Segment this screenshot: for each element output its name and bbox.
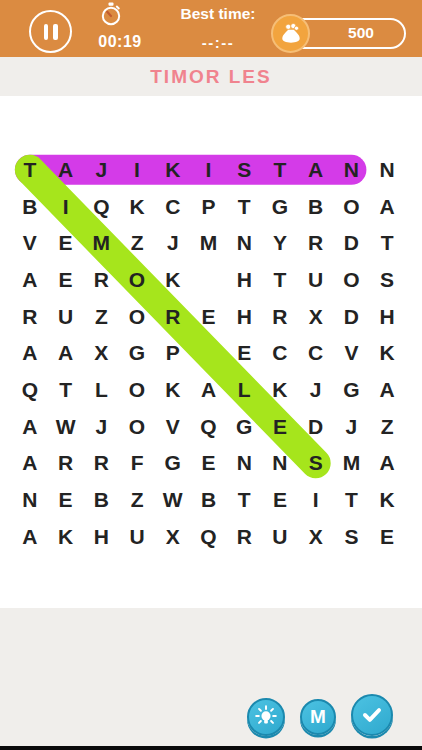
grid-cell[interactable]: S: [369, 262, 405, 299]
grid-cell[interactable]: E: [48, 482, 84, 519]
word-search-screen: 00:19 Best time: --:-- 500 TIMOR LES TAJ…: [0, 0, 422, 750]
current-selection-title: TIMOR LES: [150, 66, 271, 88]
grid-cell[interactable]: L: [226, 372, 262, 409]
grid-cell[interactable]: D: [334, 225, 370, 262]
grid-cell[interactable]: B: [191, 482, 227, 519]
grid-cell[interactable]: M: [334, 445, 370, 482]
grid-cell[interactable]: A: [369, 372, 405, 409]
grid-cell[interactable]: U: [298, 262, 334, 299]
hint-button[interactable]: [247, 698, 285, 736]
grid-cell[interactable]: I: [119, 152, 155, 189]
grid-cell[interactable]: A: [12, 262, 48, 299]
grid-cell[interactable]: B: [12, 188, 48, 225]
grid-cell[interactable]: Y: [262, 225, 298, 262]
grid-cell[interactable]: P: [155, 335, 191, 372]
stopwatch-icon: [99, 2, 123, 28]
grid-cell[interactable]: P: [191, 188, 227, 225]
grid-cell[interactable]: V: [155, 408, 191, 445]
grid-cell[interactable]: X: [155, 518, 191, 555]
grid-cell[interactable]: J: [334, 408, 370, 445]
grid-cell[interactable]: R: [83, 262, 119, 299]
grid-cell[interactable]: I: [48, 188, 84, 225]
grid-cell[interactable]: T: [226, 188, 262, 225]
grid-cell[interactable]: N: [12, 482, 48, 519]
grid-cell[interactable]: V: [334, 335, 370, 372]
grid-cell[interactable]: G: [226, 408, 262, 445]
grid-cell[interactable]: I: [298, 482, 334, 519]
grid-cell[interactable]: Z: [119, 482, 155, 519]
grid-cell[interactable]: F: [119, 445, 155, 482]
grid-cell[interactable]: T: [262, 262, 298, 299]
grid-cell[interactable]: C: [298, 335, 334, 372]
grid-cell[interactable]: O: [119, 262, 155, 299]
grid-cell[interactable]: M: [191, 225, 227, 262]
grid-cell[interactable]: T: [48, 372, 84, 409]
grid-cell[interactable]: S: [226, 152, 262, 189]
bottom-ad-edge: [0, 746, 422, 750]
grid-cell[interactable]: A: [48, 152, 84, 189]
grid-cell[interactable]: Q: [191, 408, 227, 445]
grid-cell[interactable]: E: [369, 518, 405, 555]
grid-cell[interactable]: A: [48, 335, 84, 372]
grid-cell[interactable]: O: [334, 188, 370, 225]
grid-cell[interactable]: K: [48, 518, 84, 555]
grid-cell[interactable]: E: [48, 262, 84, 299]
grid-cell[interactable]: R: [155, 298, 191, 335]
grid-cell[interactable]: G: [119, 335, 155, 372]
grid-cell[interactable]: T: [262, 152, 298, 189]
pause-icon: [53, 24, 58, 40]
grid-cell[interactable]: H: [226, 262, 262, 299]
grid-cell[interactable]: C: [262, 335, 298, 372]
grid-cell[interactable]: R: [48, 445, 84, 482]
grid-cell[interactable]: A: [191, 372, 227, 409]
grid-cell[interactable]: R: [298, 225, 334, 262]
grid-cell[interactable]: K: [262, 372, 298, 409]
grid-cell[interactable]: E: [191, 445, 227, 482]
grid-cell[interactable]: E: [226, 335, 262, 372]
coin-value: 500: [348, 24, 374, 42]
grid-cell[interactable]: O: [119, 408, 155, 445]
grid-cell[interactable]: X: [83, 335, 119, 372]
grid-cell[interactable]: W: [155, 482, 191, 519]
m-button[interactable]: M: [300, 699, 336, 735]
grid-cell[interactable]: B: [83, 482, 119, 519]
grid-cell[interactable]: G: [334, 372, 370, 409]
grid-cell[interactable]: A: [12, 445, 48, 482]
grid-cell[interactable]: U: [119, 518, 155, 555]
grid-cell[interactable]: J: [155, 225, 191, 262]
grid-cell[interactable]: R: [12, 298, 48, 335]
grid-cell[interactable]: T: [334, 482, 370, 519]
grid-cell[interactable]: R: [226, 518, 262, 555]
grid-cell[interactable]: E: [262, 408, 298, 445]
grid-cell[interactable]: A: [12, 518, 48, 555]
grid-cell[interactable]: N: [262, 445, 298, 482]
grid-cell[interactable]: N: [369, 152, 405, 189]
grid-cell[interactable]: T: [369, 225, 405, 262]
grid-cell[interactable]: K: [155, 152, 191, 189]
grid-cell[interactable]: J: [83, 408, 119, 445]
grid-cell[interactable]: A: [12, 408, 48, 445]
grid-cell[interactable]: N: [226, 225, 262, 262]
grid-cell[interactable]: V: [12, 225, 48, 262]
grid-cell[interactable]: R: [262, 298, 298, 335]
grid-cell[interactable]: Q: [12, 372, 48, 409]
grid-cell[interactable]: X: [298, 298, 334, 335]
pause-icon: [44, 24, 49, 40]
grid-cell[interactable]: U: [262, 518, 298, 555]
timer-value: 00:19: [88, 33, 152, 51]
grid-cell[interactable]: K: [155, 372, 191, 409]
grid-cell[interactable]: K: [119, 188, 155, 225]
grid-cell[interactable]: G: [262, 188, 298, 225]
grid-cell[interactable]: T: [226, 482, 262, 519]
grid-cell[interactable]: O: [119, 298, 155, 335]
grid-cell[interactable]: S: [334, 518, 370, 555]
grid-cell[interactable]: U: [48, 298, 84, 335]
grid-cell[interactable]: S: [298, 445, 334, 482]
grid-cell[interactable]: D: [334, 298, 370, 335]
grid-cell[interactable]: K: [155, 262, 191, 299]
grid-cell[interactable]: H: [83, 518, 119, 555]
grid-cell[interactable]: Q: [83, 188, 119, 225]
money-bag-icon: [280, 22, 302, 44]
grid-cell[interactable]: O: [334, 262, 370, 299]
grid-cell[interactable]: G: [155, 445, 191, 482]
grid-cell[interactable]: N: [334, 152, 370, 189]
grid-cell[interactable]: O: [119, 372, 155, 409]
grid-cell[interactable]: R: [83, 445, 119, 482]
grid-cell[interactable]: Z: [119, 225, 155, 262]
grid-cell[interactable]: E: [262, 482, 298, 519]
grid-cell[interactable]: [191, 335, 227, 372]
grid-cell[interactable]: Z: [83, 298, 119, 335]
grid-cell[interactable]: Z: [369, 408, 405, 445]
grid-cell[interactable]: C: [155, 188, 191, 225]
check-icon: [359, 702, 385, 728]
top-bar: 00:19 Best time: --:-- 500: [0, 0, 422, 57]
best-time-label: Best time:: [168, 5, 268, 23]
title-bar: TIMOR LES: [0, 57, 422, 96]
grid-cell[interactable]: M: [83, 225, 119, 262]
grid-cell[interactable]: Q: [191, 518, 227, 555]
pause-button[interactable]: [29, 10, 72, 53]
coin-badge[interactable]: [271, 14, 310, 53]
grid-cell[interactable]: H: [369, 298, 405, 335]
grid-cell[interactable]: D: [298, 408, 334, 445]
best-time-value: --:--: [168, 34, 268, 51]
grid-cell[interactable]: B: [298, 188, 334, 225]
grid-cell[interactable]: X: [298, 518, 334, 555]
confirm-button[interactable]: [351, 694, 393, 736]
grid-cell[interactable]: I: [191, 152, 227, 189]
lightbulb-icon: [254, 705, 278, 729]
grid-cell[interactable]: J: [83, 152, 119, 189]
grid-cell[interactable]: A: [12, 335, 48, 372]
grid-cell[interactable]: L: [83, 372, 119, 409]
grid-cell[interactable]: T: [12, 152, 48, 189]
grid-cell[interactable]: H: [226, 298, 262, 335]
grid-cell[interactable]: K: [369, 335, 405, 372]
grid-cell[interactable]: W: [48, 408, 84, 445]
letter-grid: TAJIKISTANNBIQKCPTGBOAVEMZJMNYRDTAEROKHT…: [12, 152, 405, 556]
grid-cell[interactable]: J: [298, 372, 334, 409]
letter-m-icon: M: [310, 706, 326, 728]
grid-cell[interactable]: N: [226, 445, 262, 482]
grid-cell[interactable]: A: [298, 152, 334, 189]
grid-cell[interactable]: K: [369, 482, 405, 519]
grid-cell[interactable]: E: [48, 225, 84, 262]
grid-cell[interactable]: A: [369, 188, 405, 225]
grid-cell[interactable]: E: [191, 298, 227, 335]
grid-cell[interactable]: A: [369, 445, 405, 482]
grid-cell[interactable]: [191, 262, 227, 299]
